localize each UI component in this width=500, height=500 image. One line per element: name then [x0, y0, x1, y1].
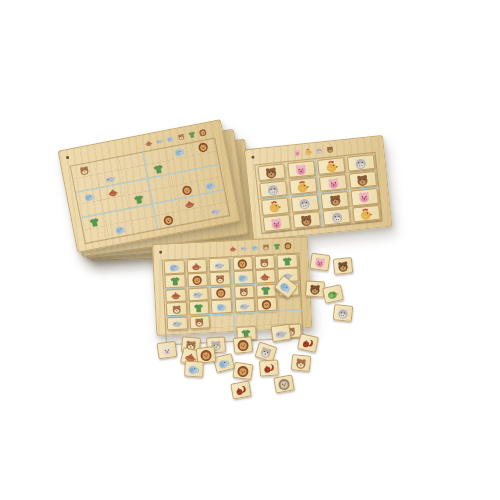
tile-whale[interactable]: [235, 298, 255, 312]
cell-r4c1[interactable]: [165, 301, 188, 316]
loose-tile-whale[interactable]: [270, 324, 291, 342]
cell-r4c1[interactable]: [261, 213, 293, 233]
legend-pig-icon: [293, 148, 303, 158]
loose-tile-elephant[interactable]: [213, 353, 235, 373]
cell-r2c2[interactable]: [186, 272, 209, 287]
tile-lion[interactable]: [233, 256, 253, 270]
loose-tile-lion[interactable]: [233, 336, 254, 354]
cell-r5c5[interactable]: [256, 311, 279, 326]
tile-horse[interactable]: [292, 211, 321, 230]
tile-monkey[interactable]: [166, 302, 187, 316]
tile-teapot[interactable]: [165, 289, 186, 302]
tile-shirt[interactable]: [189, 301, 210, 315]
tile-teapot[interactable]: [255, 269, 276, 283]
cell-r5c3[interactable]: [211, 313, 234, 328]
loose-tile-cow[interactable]: [333, 304, 354, 322]
loose-tile-bear[interactable]: [333, 257, 354, 275]
legend-whale-icon: [240, 244, 249, 253]
cell-r4c2[interactable]: [290, 210, 322, 230]
board-grid: [254, 152, 383, 234]
cell-r4c4[interactable]: [350, 204, 382, 224]
cell-r1c1[interactable]: [163, 259, 186, 274]
tile-pig[interactable]: [262, 214, 291, 233]
legend-hen-icon: [304, 147, 314, 157]
tile-whale[interactable]: [209, 258, 230, 272]
tile-cow[interactable]: [323, 207, 351, 226]
cell-r1c3[interactable]: [208, 257, 231, 272]
cell-r1c4[interactable]: [230, 256, 253, 271]
cell-r4c3[interactable]: [210, 299, 233, 314]
loose-tile-bird[interactable]: [322, 284, 344, 304]
cell-r2c1[interactable]: [163, 273, 186, 288]
loose-tile-lion[interactable]: [232, 362, 253, 381]
stage: [0, 0, 500, 500]
tile-monkey[interactable]: [210, 272, 231, 286]
cell-r5c2[interactable]: [188, 314, 211, 329]
cell-r4c3[interactable]: [320, 207, 352, 227]
tile-shirt[interactable]: [277, 254, 298, 268]
cell-r3c1[interactable]: [164, 287, 187, 302]
legend-shirt-icon: [187, 129, 198, 140]
cell-r3c4[interactable]: [232, 284, 255, 299]
legend-lion-icon: [284, 242, 293, 251]
loose-tile-squirrel[interactable]: [297, 333, 319, 353]
tile-shirt[interactable]: [164, 274, 185, 288]
tile-elephant[interactable]: [164, 260, 185, 274]
cell-r2c5[interactable]: [254, 269, 277, 284]
board-stack: [66, 134, 232, 238]
cell-r5c1[interactable]: [166, 315, 189, 330]
cell-r1c5[interactable]: [253, 255, 276, 270]
legend-cow-icon: [315, 146, 325, 156]
legend-whale-icon: [155, 136, 166, 147]
legend-lion-icon: [198, 127, 209, 138]
legend-teapot-icon: [144, 138, 155, 149]
legend-elephant-icon: [251, 243, 260, 252]
loose-tile-monkey[interactable]: [291, 354, 312, 372]
loose-tile-owl[interactable]: [273, 374, 294, 393]
tile-monkey[interactable]: [254, 255, 275, 269]
loose-tile-pig[interactable]: [309, 253, 330, 271]
cell-r3c2[interactable]: [187, 286, 210, 301]
cell-r3c3[interactable]: [209, 285, 232, 300]
legend-monkey-icon: [176, 132, 187, 143]
tile-monkey[interactable]: [189, 316, 210, 329]
tile-hen[interactable]: [352, 204, 381, 223]
cell-r2c3[interactable]: [209, 271, 232, 286]
cell-r1c2[interactable]: [185, 258, 208, 273]
tile-whale[interactable]: [188, 288, 209, 301]
loose-tile-squirrel[interactable]: [259, 359, 279, 376]
loose-tile-elephant[interactable]: [184, 361, 204, 378]
tile-teapot[interactable]: [186, 259, 207, 273]
tile-lion[interactable]: [187, 273, 208, 287]
legend-elephant-icon: [166, 134, 177, 145]
legend-shirt-icon: [273, 242, 282, 251]
clue-lion: [156, 212, 181, 229]
tile-elephant[interactable]: [233, 270, 253, 284]
tile-lion[interactable]: [211, 286, 232, 299]
cell-r4c2[interactable]: [187, 300, 210, 315]
loose-tile-squirrel[interactable]: [230, 380, 251, 399]
cell-r4c5[interactable]: [255, 297, 278, 312]
tile-lion[interactable]: [256, 297, 277, 311]
legend-monkey-icon: [262, 243, 271, 252]
cell-r5c6[interactable]: [279, 309, 302, 324]
legend-teapot-icon: [229, 245, 238, 254]
animal-board-4x4[interactable]: [244, 135, 393, 241]
cell-r2c4[interactable]: [231, 270, 254, 285]
cell-r1c6[interactable]: [276, 253, 299, 268]
tile-whale[interactable]: [167, 317, 188, 330]
loose-tile-sheep[interactable]: [156, 341, 177, 359]
tile-elephant[interactable]: [211, 299, 232, 313]
cell-r5c4[interactable]: [233, 312, 256, 327]
cell-r4c4[interactable]: [233, 298, 256, 313]
legend-horse-icon: [326, 145, 336, 155]
tile-monkey[interactable]: [234, 285, 254, 298]
